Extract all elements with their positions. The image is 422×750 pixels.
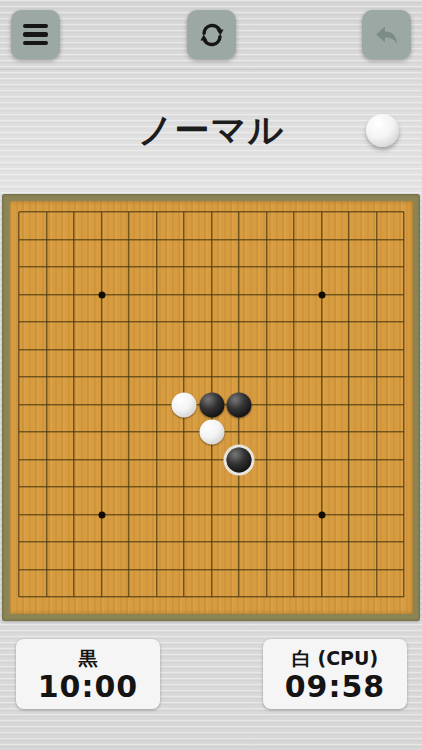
black-stone bbox=[199, 392, 224, 417]
star-point bbox=[98, 511, 105, 518]
title-bar: ノーマル bbox=[0, 100, 422, 160]
star-point bbox=[318, 511, 325, 518]
grid-line-vertical bbox=[321, 212, 322, 597]
refresh-icon bbox=[198, 21, 226, 49]
turn-indicator-white-stone bbox=[366, 114, 399, 147]
clock-bar: 黒 10:00 白 (CPU) 09:58 bbox=[0, 639, 422, 709]
game-board[interactable] bbox=[2, 194, 420, 621]
black-clock-card: 黒 10:00 bbox=[16, 639, 160, 709]
white-stone bbox=[199, 420, 224, 445]
black-stone bbox=[227, 392, 252, 417]
grid-line-vertical bbox=[293, 212, 294, 597]
white-clock-label: 白 (CPU) bbox=[292, 646, 378, 670]
hamburger-icon bbox=[23, 24, 48, 46]
menu-button[interactable] bbox=[11, 10, 60, 59]
page-title: ノーマル bbox=[0, 100, 422, 160]
grid-line-horizontal bbox=[19, 541, 404, 542]
grid-line-vertical bbox=[403, 212, 404, 597]
toolbar bbox=[0, 0, 422, 70]
board-grid bbox=[19, 212, 404, 597]
black-clock-label: 黒 bbox=[79, 646, 98, 670]
black-stone-last-move bbox=[227, 447, 252, 472]
grid-line-horizontal bbox=[19, 486, 404, 487]
black-clock-time: 10:00 bbox=[38, 670, 139, 703]
grid-line-horizontal bbox=[19, 459, 404, 460]
undo-icon bbox=[372, 20, 402, 50]
white-clock-time: 09:58 bbox=[285, 670, 386, 703]
grid-line-vertical bbox=[266, 212, 267, 597]
grid-line-horizontal bbox=[19, 569, 404, 570]
grid-line-horizontal bbox=[19, 596, 404, 597]
grid-line-horizontal bbox=[19, 514, 404, 515]
star-point bbox=[318, 291, 325, 298]
restart-button[interactable] bbox=[187, 10, 236, 59]
star-point bbox=[98, 291, 105, 298]
undo-button[interactable] bbox=[362, 10, 411, 59]
white-stone bbox=[172, 392, 197, 417]
grid-line-vertical bbox=[376, 212, 377, 597]
white-clock-card: 白 (CPU) 09:58 bbox=[263, 639, 407, 709]
grid-line-vertical bbox=[348, 212, 349, 597]
screen: ノーマル 黒 10:00 白 (CPU) 09:58 bbox=[0, 0, 422, 750]
